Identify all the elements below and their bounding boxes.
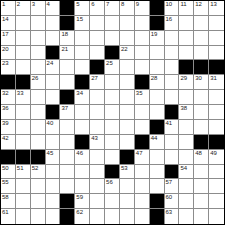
cell-r15c5	[60, 209, 75, 224]
cell-r1c3[interactable]: 3	[31, 1, 46, 16]
cell-r13c14[interactable]	[194, 179, 209, 194]
cell-r4c13[interactable]	[179, 46, 194, 61]
clue-number: 10	[166, 1, 173, 7]
cell-r15c2[interactable]	[16, 209, 31, 224]
cell-r9c14[interactable]	[194, 120, 209, 135]
cell-r1c5	[60, 1, 75, 16]
clue-number: 1	[2, 1, 5, 7]
clue-number: 42	[2, 135, 9, 141]
cell-r8c11[interactable]	[150, 105, 165, 120]
cell-r15c1[interactable]: 61	[1, 209, 16, 224]
cell-r10c6	[75, 135, 90, 150]
cell-r11c9	[120, 150, 135, 165]
cell-r10c1[interactable]: 42	[1, 135, 16, 150]
cell-r10c9[interactable]	[120, 135, 135, 150]
cell-r2c13[interactable]	[179, 16, 194, 31]
cell-r5c9[interactable]	[120, 60, 135, 75]
cell-r2c14[interactable]	[194, 16, 209, 31]
cell-r8c3[interactable]	[31, 105, 46, 120]
cell-r3c3[interactable]	[31, 31, 46, 46]
cell-r5c10[interactable]	[135, 60, 150, 75]
cell-r9c13[interactable]	[179, 120, 194, 135]
cell-r7c13[interactable]	[179, 90, 194, 105]
cell-r14c7[interactable]	[90, 194, 105, 209]
clue-number: 34	[76, 90, 83, 96]
cell-r10c8[interactable]	[105, 135, 120, 150]
cell-r4c2[interactable]	[16, 46, 31, 61]
clue-number: 15	[76, 16, 83, 22]
cell-r13c11[interactable]	[150, 179, 165, 194]
cell-r13c4[interactable]	[46, 179, 61, 194]
cell-r1c8[interactable]: 7	[105, 1, 120, 16]
clue-number: 17	[2, 31, 9, 37]
cell-r2c10[interactable]	[135, 16, 150, 31]
cell-r3c7[interactable]	[90, 31, 105, 46]
cell-r12c2[interactable]: 51	[16, 165, 31, 180]
cell-r9c11	[150, 120, 165, 135]
cell-r1c12[interactable]: 10	[165, 1, 180, 16]
cell-r9c12[interactable]: 41	[165, 120, 180, 135]
cell-r15c14[interactable]	[194, 209, 209, 224]
clue-number: 54	[180, 165, 187, 171]
cell-r8c2[interactable]	[16, 105, 31, 120]
cell-r13c12[interactable]: 57	[165, 179, 180, 194]
cell-r13c1[interactable]: 55	[1, 179, 16, 194]
cell-r4c15[interactable]	[209, 46, 224, 61]
clue-number: 59	[76, 194, 83, 200]
clue-number: 3	[32, 1, 35, 7]
cell-r13c15[interactable]	[209, 179, 224, 194]
clue-number: 31	[210, 75, 217, 81]
clue-number: 32	[2, 90, 9, 96]
cell-r10c2[interactable]	[16, 135, 31, 150]
cell-r14c5	[60, 194, 75, 209]
clue-number: 43	[91, 135, 98, 141]
clue-number: 7	[106, 1, 109, 7]
clue-number: 27	[91, 75, 98, 81]
cell-r11c8[interactable]	[105, 150, 120, 165]
cell-r13c8[interactable]: 56	[105, 179, 120, 194]
cell-r5c6[interactable]	[75, 60, 90, 75]
cell-r15c7[interactable]	[90, 209, 105, 224]
cell-r14c10[interactable]	[135, 194, 150, 209]
cell-r6c1	[1, 75, 16, 90]
clue-number: 5	[76, 1, 79, 7]
cell-r1c11	[150, 1, 165, 16]
cell-r8c13[interactable]: 38	[179, 105, 194, 120]
cell-r9c4[interactable]: 40	[46, 120, 61, 135]
cell-r2c5	[60, 16, 75, 31]
cell-r9c15[interactable]	[209, 120, 224, 135]
cell-r12c9[interactable]: 53	[120, 165, 135, 180]
cell-r14c15[interactable]	[209, 194, 224, 209]
cell-r7c9[interactable]	[120, 90, 135, 105]
clue-number: 16	[166, 16, 173, 22]
cell-r4c10[interactable]	[135, 46, 150, 61]
cell-r7c14[interactable]	[194, 90, 209, 105]
cell-r5c7	[90, 60, 105, 75]
clue-number: 14	[2, 16, 9, 22]
cell-r10c7[interactable]: 43	[90, 135, 105, 150]
clue-number: 36	[2, 105, 9, 111]
cell-r12c14[interactable]	[194, 165, 209, 180]
clue-number: 62	[76, 209, 83, 215]
cell-r14c3[interactable]	[31, 194, 46, 209]
cell-r5c2[interactable]	[16, 60, 31, 75]
clue-number: 46	[76, 150, 83, 156]
clue-number: 22	[121, 46, 128, 52]
cell-r13c13[interactable]	[179, 179, 194, 194]
cell-r3c5[interactable]: 18	[60, 31, 75, 46]
cell-r2c9[interactable]	[120, 16, 135, 31]
cell-r6c8[interactable]	[105, 75, 120, 90]
cell-r2c12[interactable]: 16	[165, 16, 180, 31]
cell-r9c6[interactable]	[75, 120, 90, 135]
cell-r7c6[interactable]: 34	[75, 90, 90, 105]
cell-r6c10	[135, 75, 150, 90]
clue-number: 38	[180, 105, 187, 111]
cell-r4c12[interactable]	[165, 46, 180, 61]
clue-number: 35	[136, 90, 143, 96]
cell-r1c15[interactable]: 13	[209, 1, 224, 16]
crossword-grid: 1234567891011121314151617181920212223242…	[0, 0, 225, 225]
cell-r14c12[interactable]: 60	[165, 194, 180, 209]
clue-number: 51	[17, 165, 24, 171]
cell-r8c5[interactable]: 37	[60, 105, 75, 120]
clue-number: 2	[17, 1, 20, 7]
cell-r14c9[interactable]	[120, 194, 135, 209]
cell-r11c14[interactable]: 48	[194, 150, 209, 165]
cell-r4c14[interactable]	[194, 46, 209, 61]
clue-number: 56	[106, 179, 113, 185]
cell-r1c13[interactable]: 11	[179, 1, 194, 16]
cell-r10c4[interactable]	[46, 135, 61, 150]
cell-r8c10[interactable]	[135, 105, 150, 120]
cell-r14c11	[150, 194, 165, 209]
cell-r4c11[interactable]	[150, 46, 165, 61]
cell-r4c8	[105, 46, 120, 61]
clue-number: 52	[32, 165, 39, 171]
cell-r6c15[interactable]: 31	[209, 75, 224, 90]
clue-number: 58	[2, 194, 9, 200]
clue-number: 44	[151, 135, 158, 141]
clue-number: 25	[106, 60, 113, 66]
cell-r6c12[interactable]	[165, 75, 180, 90]
cell-r13c10[interactable]	[135, 179, 150, 194]
cell-r14c8[interactable]	[105, 194, 120, 209]
cell-r5c13	[179, 60, 194, 75]
clue-number: 6	[91, 1, 94, 7]
cell-r15c15[interactable]	[209, 209, 224, 224]
cell-r3c11[interactable]: 19	[150, 31, 165, 46]
cell-r3c12[interactable]	[165, 31, 180, 46]
cell-r10c5[interactable]	[60, 135, 75, 150]
cell-r8c7[interactable]	[90, 105, 105, 120]
cell-r3c8[interactable]	[105, 31, 120, 46]
cell-r3c6[interactable]	[75, 31, 90, 46]
cell-r7c4[interactable]	[46, 90, 61, 105]
cell-r12c13[interactable]: 54	[179, 165, 194, 180]
cell-r11c6[interactable]: 46	[75, 150, 90, 165]
cell-r11c12[interactable]	[165, 150, 180, 165]
cell-r9c3[interactable]	[31, 120, 46, 135]
cell-r12c4[interactable]	[46, 165, 61, 180]
cell-r7c11[interactable]	[150, 90, 165, 105]
cell-r8c6[interactable]	[75, 105, 90, 120]
cell-r1c2[interactable]: 2	[16, 1, 31, 16]
cell-r8c9[interactable]	[120, 105, 135, 120]
cell-r5c8[interactable]: 25	[105, 60, 120, 75]
cell-r9c8[interactable]	[105, 120, 120, 135]
clue-number: 55	[2, 179, 9, 185]
cell-r9c5[interactable]	[60, 120, 75, 135]
cell-r8c1[interactable]: 36	[1, 105, 16, 120]
cell-r8c15[interactable]	[209, 105, 224, 120]
cell-r3c13[interactable]	[179, 31, 194, 46]
cell-r15c9[interactable]	[120, 209, 135, 224]
cell-r2c3[interactable]	[31, 16, 46, 31]
cell-r15c11	[150, 209, 165, 224]
cell-r4c4	[46, 46, 61, 61]
cell-r5c5[interactable]	[60, 60, 75, 75]
clue-number: 47	[136, 150, 143, 156]
cell-r5c4[interactable]: 24	[46, 60, 61, 75]
cell-r8c4	[46, 105, 61, 120]
cell-r7c5	[60, 90, 75, 105]
cell-r2c1[interactable]: 14	[1, 16, 16, 31]
cell-r12c15[interactable]	[209, 165, 224, 180]
cell-r10c15	[209, 135, 224, 150]
cell-r12c1[interactable]: 50	[1, 165, 16, 180]
cell-r10c14	[194, 135, 209, 150]
clue-number: 50	[2, 165, 9, 171]
cell-r6c13[interactable]: 29	[179, 75, 194, 90]
cell-r11c1	[1, 150, 16, 165]
clue-number: 12	[195, 1, 202, 7]
cell-r11c5[interactable]	[60, 150, 75, 165]
cell-r11c2	[16, 150, 31, 165]
cell-r14c6[interactable]: 59	[75, 194, 90, 209]
cell-r13c6[interactable]	[75, 179, 90, 194]
cell-r11c15[interactable]: 49	[209, 150, 224, 165]
cell-r2c11	[150, 16, 165, 31]
cell-r10c13[interactable]	[179, 135, 194, 150]
clue-number: 26	[32, 75, 39, 81]
cell-r12c6[interactable]	[75, 165, 90, 180]
clue-number: 37	[61, 105, 68, 111]
clue-number: 23	[2, 60, 9, 66]
cell-r4c9[interactable]: 22	[120, 46, 135, 61]
clue-number: 49	[210, 150, 217, 156]
cell-r15c13[interactable]	[179, 209, 194, 224]
cell-r10c3[interactable]	[31, 135, 46, 150]
cell-r8c14[interactable]	[194, 105, 209, 120]
cell-r15c6[interactable]: 62	[75, 209, 90, 224]
cell-r2c8[interactable]	[105, 16, 120, 31]
cell-r3c1[interactable]: 17	[1, 31, 16, 46]
cell-r4c1[interactable]: 20	[1, 46, 16, 61]
cell-r1c14[interactable]: 12	[194, 1, 209, 16]
cell-r5c12[interactable]	[165, 60, 180, 75]
cell-r5c14	[194, 60, 209, 75]
clue-number: 48	[195, 150, 202, 156]
cell-r6c14[interactable]: 30	[194, 75, 209, 90]
cell-r7c7[interactable]	[90, 90, 105, 105]
cell-r13c2[interactable]	[16, 179, 31, 194]
cell-r14c4[interactable]	[46, 194, 61, 209]
cell-r1c1[interactable]: 1	[1, 1, 16, 16]
cell-r7c10[interactable]: 35	[135, 90, 150, 105]
cell-r6c9[interactable]	[120, 75, 135, 90]
cell-r13c7[interactable]	[90, 179, 105, 194]
cell-r1c7[interactable]: 6	[90, 1, 105, 16]
cell-r4c5[interactable]: 21	[60, 46, 75, 61]
cell-r1c10[interactable]: 9	[135, 1, 150, 16]
cell-r7c15[interactable]	[209, 90, 224, 105]
cell-r6c7[interactable]: 27	[90, 75, 105, 90]
cell-r12c3[interactable]: 52	[31, 165, 46, 180]
cell-r15c8[interactable]	[105, 209, 120, 224]
cell-r15c4[interactable]	[46, 209, 61, 224]
cell-r3c10[interactable]	[135, 31, 150, 46]
cell-r8c12	[165, 105, 180, 120]
cell-r6c6	[75, 75, 90, 90]
clue-number: 63	[166, 209, 173, 215]
cell-r12c11[interactable]	[150, 165, 165, 180]
cell-r10c12[interactable]	[165, 135, 180, 150]
cell-r11c7[interactable]	[90, 150, 105, 165]
cell-r7c12[interactable]	[165, 90, 180, 105]
cell-r3c2[interactable]	[16, 31, 31, 46]
cell-r13c5[interactable]	[60, 179, 75, 194]
clue-number: 8	[121, 1, 124, 7]
cell-r2c15[interactable]	[209, 16, 224, 31]
clue-number: 57	[166, 179, 173, 185]
clue-number: 4	[47, 1, 50, 7]
cell-r12c12	[165, 165, 180, 180]
cell-r9c9[interactable]	[120, 120, 135, 135]
cell-r4c6[interactable]	[75, 46, 90, 61]
cell-r14c2[interactable]	[16, 194, 31, 209]
cell-r2c2[interactable]	[16, 16, 31, 31]
cell-r11c4[interactable]: 45	[46, 150, 61, 165]
cell-r9c2[interactable]	[16, 120, 31, 135]
cell-r11c10[interactable]: 47	[135, 150, 150, 165]
cell-r1c4[interactable]: 4	[46, 1, 61, 16]
clue-number: 13	[210, 1, 217, 7]
cell-r4c7[interactable]	[90, 46, 105, 61]
clue-number: 60	[166, 194, 173, 200]
clue-number: 18	[61, 31, 68, 37]
cell-r5c15	[209, 60, 224, 75]
cell-r2c4[interactable]	[46, 16, 61, 31]
clue-number: 53	[121, 165, 128, 171]
cell-r11c13[interactable]	[179, 150, 194, 165]
cell-r14c13[interactable]	[179, 194, 194, 209]
cell-r3c9[interactable]	[120, 31, 135, 46]
cell-r9c7[interactable]	[90, 120, 105, 135]
cell-r7c3[interactable]	[31, 90, 46, 105]
cell-r15c12[interactable]: 63	[165, 209, 180, 224]
clue-number: 21	[61, 46, 68, 52]
cell-r6c3[interactable]: 26	[31, 75, 46, 90]
cell-r12c5[interactable]	[60, 165, 75, 180]
cell-r9c10[interactable]	[135, 120, 150, 135]
cell-r13c9[interactable]	[120, 179, 135, 194]
cell-r6c2	[16, 75, 31, 90]
cell-r11c11[interactable]	[150, 150, 165, 165]
cell-r14c14[interactable]	[194, 194, 209, 209]
cell-r7c1[interactable]: 32	[1, 90, 16, 105]
cell-r3c15[interactable]	[209, 31, 224, 46]
clue-number: 28	[151, 75, 158, 81]
clue-number: 20	[2, 46, 9, 52]
cell-r15c10[interactable]	[135, 209, 150, 224]
clue-number: 40	[47, 120, 54, 126]
cell-r6c4[interactable]	[46, 75, 61, 90]
cell-r14c1[interactable]: 58	[1, 194, 16, 209]
clue-number: 9	[136, 1, 139, 7]
cell-r5c1[interactable]: 23	[1, 60, 16, 75]
cell-r2c6[interactable]: 15	[75, 16, 90, 31]
clue-number: 61	[2, 209, 9, 215]
clue-number: 41	[166, 120, 173, 126]
cell-r5c3[interactable]	[31, 60, 46, 75]
clue-number: 29	[180, 75, 187, 81]
clue-number: 19	[151, 31, 158, 37]
cell-r2c7[interactable]	[90, 16, 105, 31]
cell-r4c3[interactable]	[31, 46, 46, 61]
cell-r3c4[interactable]	[46, 31, 61, 46]
cell-r6c5[interactable]	[60, 75, 75, 90]
clue-number: 45	[47, 150, 54, 156]
cell-r12c7[interactable]	[90, 165, 105, 180]
cell-r8c8[interactable]	[105, 105, 120, 120]
cell-r1c9[interactable]: 8	[120, 1, 135, 16]
cell-r10c11[interactable]: 44	[150, 135, 165, 150]
cell-r9c1[interactable]: 39	[1, 120, 16, 135]
clue-number: 33	[17, 90, 24, 96]
cell-r12c10[interactable]	[135, 165, 150, 180]
cell-r7c8[interactable]	[105, 90, 120, 105]
cell-r5c11[interactable]	[150, 60, 165, 75]
clue-number: 39	[2, 120, 9, 126]
clue-number: 11	[180, 1, 186, 7]
clue-number: 30	[195, 75, 202, 81]
cell-r7c2[interactable]: 33	[16, 90, 31, 105]
cell-r3c14[interactable]	[194, 31, 209, 46]
cell-r15c3[interactable]	[31, 209, 46, 224]
cell-r6c11[interactable]: 28	[150, 75, 165, 90]
cell-r11c3	[31, 150, 46, 165]
cell-r1c6[interactable]: 5	[75, 1, 90, 16]
cell-r13c3[interactable]	[31, 179, 46, 194]
clue-number: 24	[47, 60, 54, 66]
cell-r10c10	[135, 135, 150, 150]
cell-r12c8	[105, 165, 120, 180]
